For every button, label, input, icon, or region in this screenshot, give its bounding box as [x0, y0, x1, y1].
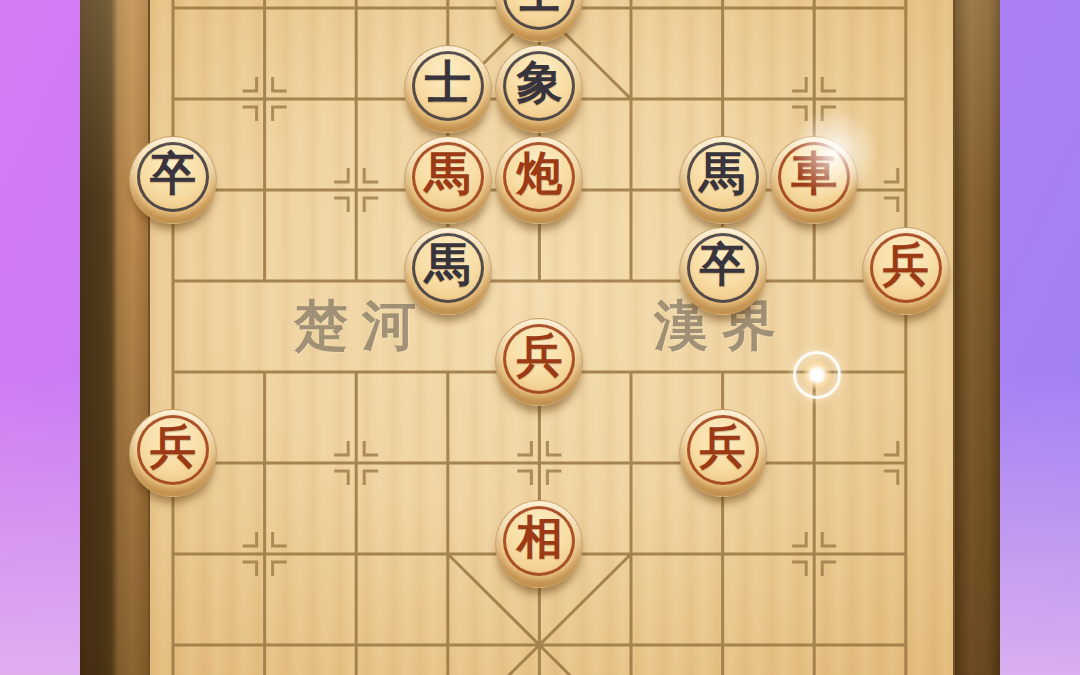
piece-character: 馬	[405, 225, 491, 305]
piece-character: 士	[496, 0, 582, 32]
piece-character: 相	[496, 498, 582, 578]
piece-character: 卒	[130, 134, 216, 214]
piece-red-車[interactable]: 車	[770, 136, 858, 224]
piece-character: 馬	[680, 134, 766, 214]
piece-red-兵[interactable]: 兵	[862, 227, 950, 315]
piece-red-相[interactable]: 相	[495, 500, 583, 588]
piece-character: 兵	[680, 407, 766, 487]
piece-character: 炮	[496, 134, 582, 214]
piece-red-兵[interactable]: 兵	[129, 409, 217, 497]
piece-black-卒[interactable]: 卒	[129, 136, 217, 224]
piece-character: 兵	[130, 407, 216, 487]
piece-black-卒[interactable]: 卒	[679, 227, 767, 315]
move-target-marker[interactable]	[793, 351, 841, 399]
piece-character: 士	[405, 43, 491, 123]
piece-black-象[interactable]: 象	[495, 45, 583, 133]
piece-character: 象	[496, 43, 582, 123]
piece-black-馬[interactable]: 馬	[404, 227, 492, 315]
piece-character: 車	[771, 134, 857, 214]
board-frame-right	[955, 0, 1000, 675]
piece-red-兵[interactable]: 兵	[495, 318, 583, 406]
piece-character: 兵	[863, 225, 949, 305]
piece-character: 馬	[405, 134, 491, 214]
piece-character: 兵	[496, 316, 582, 396]
piece-red-兵[interactable]: 兵	[679, 409, 767, 497]
xiangqi-app-screen: 楚河 漢界 士士象卒馬炮馬車馬卒兵兵兵兵相	[0, 0, 1080, 675]
piece-black-士[interactable]: 士	[404, 45, 492, 133]
piece-character: 卒	[680, 225, 766, 305]
piece-red-炮[interactable]: 炮	[495, 136, 583, 224]
piece-red-馬[interactable]: 馬	[404, 136, 492, 224]
piece-black-馬[interactable]: 馬	[679, 136, 767, 224]
board-frame-left	[80, 0, 148, 675]
